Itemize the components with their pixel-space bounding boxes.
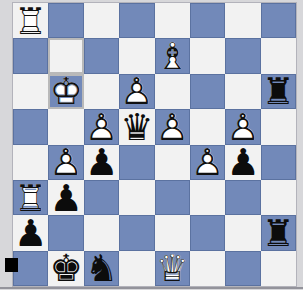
square-g7[interactable] [225,38,260,73]
black-to-move-indicator [5,258,18,272]
white-bishop-icon: ♝♗ [155,38,190,73]
square-f7[interactable] [190,38,225,73]
square-h7[interactable] [261,38,296,73]
black-rook-icon: ♜ [261,74,296,109]
square-f1[interactable] [190,251,225,286]
square-e4[interactable] [155,145,190,180]
black-knight-icon: ♞ [84,251,119,286]
square-c1[interactable]: ♞ [84,251,119,286]
square-h3[interactable] [261,180,296,215]
white-pawn-icon: ♟♙ [119,74,154,109]
square-b5[interactable] [48,109,83,144]
white-pawn-icon: ♟♙ [84,109,119,144]
square-g1[interactable] [225,251,260,286]
square-a2[interactable]: ♟ [13,215,48,250]
white-pawn-icon: ♟♙ [48,145,83,180]
white-rook-icon: ♜♖ [13,180,48,215]
square-c7[interactable] [84,38,119,73]
square-f4[interactable]: ♟♙ [190,145,225,180]
square-c4[interactable]: ♟ [84,145,119,180]
square-b2[interactable] [48,215,83,250]
black-queen-icon: ♛ [119,109,154,144]
square-h5[interactable] [261,109,296,144]
square-c2[interactable] [84,215,119,250]
square-b1[interactable]: ♚ [48,251,83,286]
square-d3[interactable] [119,180,154,215]
square-g2[interactable] [225,215,260,250]
black-king-icon: ♚ [48,251,83,286]
black-pawn-icon: ♟ [84,145,119,180]
square-a7[interactable] [13,38,48,73]
square-e5[interactable]: ♟♙ [155,109,190,144]
square-a1[interactable] [13,251,48,286]
square-a3[interactable]: ♜♖ [13,180,48,215]
square-e2[interactable] [155,215,190,250]
square-d6[interactable]: ♟♙ [119,74,154,109]
square-e8[interactable] [155,3,190,38]
square-a8[interactable]: ♜♖ [13,3,48,38]
square-g8[interactable] [225,3,260,38]
square-g5[interactable]: ♟♙ [225,109,260,144]
chess-board: ♜♖♝♗♚♔♟♙♜♟♙♛♟♙♟♙♟♙♟♟♙♟♜♖♟♟♜♚♞♛♕ [13,3,296,286]
square-a4[interactable] [13,145,48,180]
square-f2[interactable] [190,215,225,250]
square-b3[interactable]: ♟ [48,180,83,215]
white-rook-icon: ♜♖ [13,3,48,38]
square-a6[interactable] [13,74,48,109]
white-pawn-icon: ♟♙ [190,145,225,180]
square-e7[interactable]: ♝♗ [155,38,190,73]
square-d2[interactable] [119,215,154,250]
white-king-icon: ♚♔ [48,74,83,109]
square-d5[interactable]: ♛ [119,109,154,144]
square-e1[interactable]: ♛♕ [155,251,190,286]
square-c3[interactable] [84,180,119,215]
square-b6[interactable]: ♚♔ [48,74,83,109]
square-b7[interactable] [48,38,83,73]
white-pawn-icon: ♟♙ [155,109,190,144]
square-g3[interactable] [225,180,260,215]
white-pawn-icon: ♟♙ [225,109,260,144]
window-bottom-edge [0,287,303,289]
square-g4[interactable]: ♟ [225,145,260,180]
square-h4[interactable] [261,145,296,180]
square-d8[interactable] [119,3,154,38]
square-f5[interactable] [190,109,225,144]
square-f3[interactable] [190,180,225,215]
square-b8[interactable] [48,3,83,38]
white-queen-icon: ♛♕ [155,251,190,286]
square-e6[interactable] [155,74,190,109]
black-rook-icon: ♜ [261,215,296,250]
square-c8[interactable] [84,3,119,38]
square-c6[interactable] [84,74,119,109]
square-h8[interactable] [261,3,296,38]
black-pawn-icon: ♟ [13,215,48,250]
square-d4[interactable] [119,145,154,180]
black-pawn-icon: ♟ [48,180,83,215]
square-a5[interactable] [13,109,48,144]
square-f8[interactable] [190,3,225,38]
square-c5[interactable]: ♟♙ [84,109,119,144]
square-f6[interactable] [190,74,225,109]
black-pawn-icon: ♟ [225,145,260,180]
square-d1[interactable] [119,251,154,286]
square-d7[interactable] [119,38,154,73]
square-g6[interactable] [225,74,260,109]
square-e3[interactable] [155,180,190,215]
square-b4[interactable]: ♟♙ [48,145,83,180]
square-h6[interactable]: ♜ [261,74,296,109]
square-h2[interactable]: ♜ [261,215,296,250]
square-h1[interactable] [261,251,296,286]
